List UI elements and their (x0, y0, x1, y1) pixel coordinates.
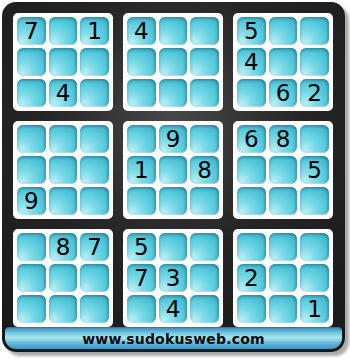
cell-r9c7[interactable] (237, 295, 266, 323)
cell-r9c5[interactable]: 4 (159, 295, 188, 323)
cell-r6c6[interactable] (190, 187, 219, 215)
cell-r8c8[interactable] (269, 264, 298, 292)
cell-r2c1[interactable] (17, 48, 46, 76)
cell-r7c5[interactable] (159, 233, 188, 261)
cell-r8c3[interactable] (80, 264, 109, 292)
cell-r3c2[interactable]: 4 (49, 79, 78, 107)
cell-r1c6[interactable] (190, 17, 219, 45)
cell-r6c7[interactable] (237, 187, 266, 215)
cell-r2c4[interactable] (127, 48, 156, 76)
cell-r4c7[interactable]: 6 (237, 125, 266, 153)
cell-r6c5[interactable] (159, 187, 188, 215)
cell-r3c9[interactable]: 2 (300, 79, 329, 107)
box-5: 918 (123, 121, 223, 219)
cell-r1c3[interactable]: 1 (80, 17, 109, 45)
footer-bar: www.sudokusweb.com (5, 327, 342, 349)
cell-r2c9[interactable] (300, 48, 329, 76)
cell-r9c4[interactable] (127, 295, 156, 323)
cell-r6c3[interactable] (80, 187, 109, 215)
cell-r2c7[interactable]: 4 (237, 48, 266, 76)
cell-r4c4[interactable] (127, 125, 156, 153)
cell-r3c6[interactable] (190, 79, 219, 107)
cell-r2c2[interactable] (49, 48, 78, 76)
cell-r4c1[interactable] (17, 125, 46, 153)
sudoku-app: 71445462991868587573421 www.sudokusweb.c… (0, 0, 350, 360)
cell-r3c4[interactable] (127, 79, 156, 107)
box-1: 714 (13, 13, 113, 111)
cell-r4c2[interactable] (49, 125, 78, 153)
cell-r3c1[interactable] (17, 79, 46, 107)
cell-r1c5[interactable] (159, 17, 188, 45)
cell-r5c1[interactable] (17, 156, 46, 184)
site-url-link[interactable]: www.sudokusweb.com (82, 331, 265, 347)
box-8: 5734 (123, 229, 223, 327)
cell-r2c3[interactable] (80, 48, 109, 76)
box-3: 5462 (233, 13, 333, 111)
cell-r4c3[interactable] (80, 125, 109, 153)
cell-r7c3[interactable]: 7 (80, 233, 109, 261)
cell-r3c5[interactable] (159, 79, 188, 107)
cell-r9c8[interactable] (269, 295, 298, 323)
cell-r8c6[interactable] (190, 264, 219, 292)
cell-r1c9[interactable] (300, 17, 329, 45)
cell-r7c6[interactable] (190, 233, 219, 261)
cell-r8c9[interactable] (300, 264, 329, 292)
cell-r1c4[interactable]: 4 (127, 17, 156, 45)
cell-r5c6[interactable]: 8 (190, 156, 219, 184)
cell-r7c8[interactable] (269, 233, 298, 261)
cell-r9c2[interactable] (49, 295, 78, 323)
cell-r1c1[interactable]: 7 (17, 17, 46, 45)
cell-r3c3[interactable] (80, 79, 109, 107)
cell-r4c5[interactable]: 9 (159, 125, 188, 153)
cell-r6c2[interactable] (49, 187, 78, 215)
cell-r5c4[interactable]: 1 (127, 156, 156, 184)
cell-r4c8[interactable]: 8 (269, 125, 298, 153)
box-7: 87 (13, 229, 113, 327)
cell-r5c5[interactable] (159, 156, 188, 184)
sudoku-board: 71445462991868587573421 (13, 13, 333, 327)
cell-r8c2[interactable] (49, 264, 78, 292)
cell-r8c5[interactable]: 3 (159, 264, 188, 292)
cell-r1c8[interactable] (269, 17, 298, 45)
cell-r1c7[interactable]: 5 (237, 17, 266, 45)
cell-r9c3[interactable] (80, 295, 109, 323)
cell-r7c1[interactable] (17, 233, 46, 261)
cell-r5c3[interactable] (80, 156, 109, 184)
cell-r6c8[interactable] (269, 187, 298, 215)
board-frame: 71445462991868587573421 www.sudokusweb.c… (2, 2, 345, 352)
cell-r7c9[interactable] (300, 233, 329, 261)
cell-r4c9[interactable] (300, 125, 329, 153)
cell-r5c8[interactable] (269, 156, 298, 184)
box-2: 4 (123, 13, 223, 111)
cell-r9c1[interactable] (17, 295, 46, 323)
cell-r5c7[interactable] (237, 156, 266, 184)
cell-r7c2[interactable]: 8 (49, 233, 78, 261)
cell-r7c7[interactable] (237, 233, 266, 261)
cell-r8c4[interactable]: 7 (127, 264, 156, 292)
cell-r6c9[interactable] (300, 187, 329, 215)
cell-r2c8[interactable] (269, 48, 298, 76)
cell-r2c5[interactable] (159, 48, 188, 76)
box-4: 9 (13, 121, 113, 219)
cell-r2c6[interactable] (190, 48, 219, 76)
cell-r5c9[interactable]: 5 (300, 156, 329, 184)
cell-r9c6[interactable] (190, 295, 219, 323)
cell-r6c1[interactable]: 9 (17, 187, 46, 215)
cell-r5c2[interactable] (49, 156, 78, 184)
box-6: 685 (233, 121, 333, 219)
cell-r8c7[interactable]: 2 (237, 264, 266, 292)
cell-r1c2[interactable] (49, 17, 78, 45)
cell-r8c1[interactable] (17, 264, 46, 292)
cell-r3c7[interactable] (237, 79, 266, 107)
cell-r9c9[interactable]: 1 (300, 295, 329, 323)
cell-r3c8[interactable]: 6 (269, 79, 298, 107)
cell-r4c6[interactable] (190, 125, 219, 153)
box-9: 21 (233, 229, 333, 327)
cell-r6c4[interactable] (127, 187, 156, 215)
cell-r7c4[interactable]: 5 (127, 233, 156, 261)
